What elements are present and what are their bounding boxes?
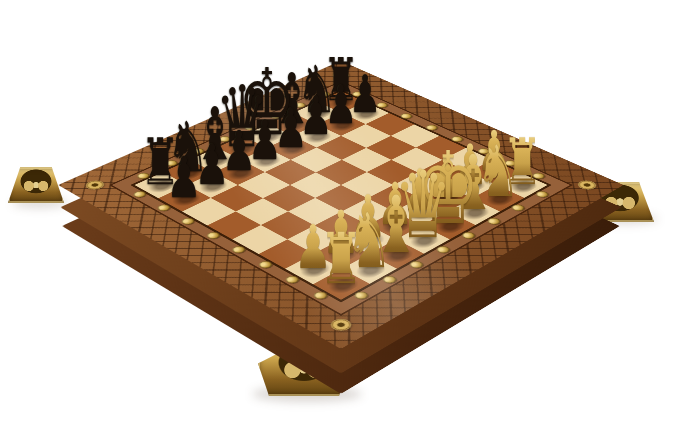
piece-white-rook[interactable]: ♜ bbox=[319, 224, 363, 294]
pieces-layer: ♜♞♝♛♚♝♞♜♟♟♟♟♟♟♟♟♟♟♟♟♟♟♟♟♜♞♝♛♚♝♞♜ bbox=[0, 0, 680, 425]
chess-set-scene: ♜♞♝♛♚♝♞♜♟♟♟♟♟♟♟♟♟♟♟♟♟♟♟♟♜♞♝♛♚♝♞♜ bbox=[0, 0, 680, 425]
piece-black-pawn[interactable]: ♟ bbox=[166, 149, 202, 206]
